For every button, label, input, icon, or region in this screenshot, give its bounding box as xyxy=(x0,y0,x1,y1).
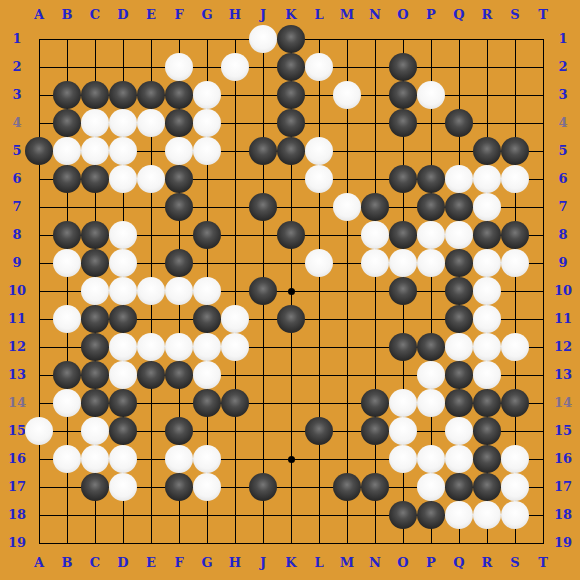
col-label-top-L: L xyxy=(305,8,333,22)
stone-black-Q13 xyxy=(445,361,473,389)
row-label-right-3: 3 xyxy=(550,88,576,102)
stone-white-H11 xyxy=(221,305,249,333)
row-label-left-7: 7 xyxy=(4,200,30,214)
stone-black-S14 xyxy=(501,389,529,417)
stone-white-P8 xyxy=(417,221,445,249)
stone-white-F12 xyxy=(165,333,193,361)
col-label-top-G: G xyxy=(193,8,221,22)
stone-black-R8 xyxy=(473,221,501,249)
stone-black-C6 xyxy=(81,165,109,193)
stone-white-B11 xyxy=(53,305,81,333)
row-label-right-12: 12 xyxy=(550,340,576,354)
stone-white-C15 xyxy=(81,417,109,445)
stone-black-E13 xyxy=(137,361,165,389)
row-label-right-13: 13 xyxy=(550,368,576,382)
stone-black-D15 xyxy=(109,417,137,445)
col-label-bottom-D: D xyxy=(109,556,137,570)
stone-black-C12 xyxy=(81,333,109,361)
stone-black-F9 xyxy=(165,249,193,277)
stone-black-F4 xyxy=(165,109,193,137)
stone-white-S6 xyxy=(501,165,529,193)
stone-black-O12 xyxy=(389,333,417,361)
stone-white-R18 xyxy=(473,501,501,529)
stone-black-B13 xyxy=(53,361,81,389)
stone-white-Q6 xyxy=(445,165,473,193)
col-label-bottom-L: L xyxy=(305,556,333,570)
star-point xyxy=(288,456,295,463)
col-label-bottom-N: N xyxy=(361,556,389,570)
stone-black-P18 xyxy=(417,501,445,529)
stone-white-Q16 xyxy=(445,445,473,473)
stone-white-S18 xyxy=(501,501,529,529)
stone-white-O14 xyxy=(389,389,417,417)
stone-white-E10 xyxy=(137,277,165,305)
stone-white-B16 xyxy=(53,445,81,473)
grid-line xyxy=(347,39,348,544)
stone-black-O6 xyxy=(389,165,417,193)
stone-black-F6 xyxy=(165,165,193,193)
stone-black-F15 xyxy=(165,417,193,445)
col-label-bottom-F: F xyxy=(165,556,193,570)
go-board[interactable]: AABBCCDDEEFFGGHHJJKKLLMMNNOOPPQQRRSSTT11… xyxy=(0,0,580,580)
stone-white-O9 xyxy=(389,249,417,277)
stone-white-O16 xyxy=(389,445,417,473)
stone-black-K11 xyxy=(277,305,305,333)
stone-black-D14 xyxy=(109,389,137,417)
stone-black-K1 xyxy=(277,25,305,53)
stone-white-G13 xyxy=(193,361,221,389)
stone-black-J17 xyxy=(249,473,277,501)
stone-black-Q11 xyxy=(445,305,473,333)
stone-black-N15 xyxy=(361,417,389,445)
stone-white-C16 xyxy=(81,445,109,473)
col-label-bottom-Q: Q xyxy=(445,556,473,570)
stone-white-D12 xyxy=(109,333,137,361)
stone-white-R11 xyxy=(473,305,501,333)
stone-black-Q7 xyxy=(445,193,473,221)
stone-white-Q12 xyxy=(445,333,473,361)
row-label-left-18: 18 xyxy=(4,508,30,522)
row-label-left-12: 12 xyxy=(4,340,30,354)
stone-white-P13 xyxy=(417,361,445,389)
stone-black-R17 xyxy=(473,473,501,501)
stone-black-K4 xyxy=(277,109,305,137)
col-label-bottom-A: A xyxy=(25,556,53,570)
stone-white-S17 xyxy=(501,473,529,501)
row-label-left-1: 1 xyxy=(4,32,30,46)
stone-black-H14 xyxy=(221,389,249,417)
stone-black-F17 xyxy=(165,473,193,501)
stone-white-B5 xyxy=(53,137,81,165)
stone-black-C8 xyxy=(81,221,109,249)
row-label-left-2: 2 xyxy=(4,60,30,74)
stone-black-S5 xyxy=(501,137,529,165)
stone-white-P9 xyxy=(417,249,445,277)
row-label-right-19: 19 xyxy=(550,536,576,550)
stone-white-M7 xyxy=(333,193,361,221)
col-label-bottom-S: S xyxy=(501,556,529,570)
stone-black-E3 xyxy=(137,81,165,109)
stone-black-C13 xyxy=(81,361,109,389)
stone-white-E12 xyxy=(137,333,165,361)
stone-black-R15 xyxy=(473,417,501,445)
stone-white-O15 xyxy=(389,417,417,445)
stone-black-A5 xyxy=(25,137,53,165)
stone-white-R6 xyxy=(473,165,501,193)
col-label-top-H: H xyxy=(221,8,249,22)
star-point xyxy=(288,288,295,295)
stone-white-D10 xyxy=(109,277,137,305)
stone-white-J1 xyxy=(249,25,277,53)
col-label-top-A: A xyxy=(25,8,53,22)
stone-black-D3 xyxy=(109,81,137,109)
stone-white-R7 xyxy=(473,193,501,221)
stone-white-R13 xyxy=(473,361,501,389)
stone-white-P17 xyxy=(417,473,445,501)
stone-black-K3 xyxy=(277,81,305,109)
stone-white-Q8 xyxy=(445,221,473,249)
col-label-top-O: O xyxy=(389,8,417,22)
col-label-top-J: J xyxy=(249,8,277,22)
col-label-top-S: S xyxy=(501,8,529,22)
col-label-bottom-M: M xyxy=(333,556,361,570)
stone-white-G5 xyxy=(193,137,221,165)
col-label-bottom-K: K xyxy=(277,556,305,570)
stone-black-N7 xyxy=(361,193,389,221)
stone-white-C10 xyxy=(81,277,109,305)
col-label-bottom-T: T xyxy=(529,556,557,570)
stone-white-L9 xyxy=(305,249,333,277)
stone-black-C14 xyxy=(81,389,109,417)
stone-white-R12 xyxy=(473,333,501,361)
row-label-right-4: 4 xyxy=(550,116,576,130)
stone-black-C3 xyxy=(81,81,109,109)
stone-black-F3 xyxy=(165,81,193,109)
stone-white-S16 xyxy=(501,445,529,473)
stone-black-J10 xyxy=(249,277,277,305)
stone-white-E6 xyxy=(137,165,165,193)
stone-black-O10 xyxy=(389,277,417,305)
stone-black-P6 xyxy=(417,165,445,193)
stone-white-N9 xyxy=(361,249,389,277)
row-label-left-6: 6 xyxy=(4,172,30,186)
stone-white-H2 xyxy=(221,53,249,81)
stone-black-J7 xyxy=(249,193,277,221)
stone-white-D6 xyxy=(109,165,137,193)
col-label-top-Q: Q xyxy=(445,8,473,22)
col-label-top-R: R xyxy=(473,8,501,22)
stone-white-L6 xyxy=(305,165,333,193)
stone-white-G16 xyxy=(193,445,221,473)
col-label-bottom-J: J xyxy=(249,556,277,570)
col-label-bottom-P: P xyxy=(417,556,445,570)
row-label-right-15: 15 xyxy=(550,424,576,438)
stone-white-E4 xyxy=(137,109,165,137)
stone-white-N8 xyxy=(361,221,389,249)
row-label-right-9: 9 xyxy=(550,256,576,270)
stone-black-O3 xyxy=(389,81,417,109)
grid-line xyxy=(375,39,376,544)
row-label-left-10: 10 xyxy=(4,284,30,298)
col-label-bottom-G: G xyxy=(193,556,221,570)
row-label-left-19: 19 xyxy=(4,536,30,550)
stone-black-F13 xyxy=(165,361,193,389)
stone-white-S9 xyxy=(501,249,529,277)
stone-black-C17 xyxy=(81,473,109,501)
stone-white-P3 xyxy=(417,81,445,109)
stone-white-R9 xyxy=(473,249,501,277)
col-label-bottom-E: E xyxy=(137,556,165,570)
stone-black-O8 xyxy=(389,221,417,249)
stone-black-R14 xyxy=(473,389,501,417)
stone-black-B4 xyxy=(53,109,81,137)
stone-black-B8 xyxy=(53,221,81,249)
stone-black-P7 xyxy=(417,193,445,221)
stone-black-K2 xyxy=(277,53,305,81)
stone-black-Q14 xyxy=(445,389,473,417)
stone-black-N17 xyxy=(361,473,389,501)
row-label-right-7: 7 xyxy=(550,200,576,214)
row-label-right-2: 2 xyxy=(550,60,576,74)
stone-black-M17 xyxy=(333,473,361,501)
row-label-right-17: 17 xyxy=(550,480,576,494)
col-label-top-C: C xyxy=(81,8,109,22)
stone-white-G17 xyxy=(193,473,221,501)
col-label-top-T: T xyxy=(529,8,557,22)
col-label-bottom-H: H xyxy=(221,556,249,570)
stone-white-G12 xyxy=(193,333,221,361)
col-label-top-E: E xyxy=(137,8,165,22)
stone-white-F16 xyxy=(165,445,193,473)
col-label-top-D: D xyxy=(109,8,137,22)
row-label-left-9: 9 xyxy=(4,256,30,270)
stone-black-G8 xyxy=(193,221,221,249)
stone-black-B6 xyxy=(53,165,81,193)
grid-line xyxy=(319,39,320,544)
col-label-bottom-B: B xyxy=(53,556,81,570)
row-label-left-8: 8 xyxy=(4,228,30,242)
stone-black-C11 xyxy=(81,305,109,333)
stone-white-R10 xyxy=(473,277,501,305)
stone-white-A15 xyxy=(25,417,53,445)
stone-black-R5 xyxy=(473,137,501,165)
stone-black-G14 xyxy=(193,389,221,417)
stone-black-S8 xyxy=(501,221,529,249)
stone-white-P16 xyxy=(417,445,445,473)
stone-black-R16 xyxy=(473,445,501,473)
stone-white-L5 xyxy=(305,137,333,165)
stone-black-C9 xyxy=(81,249,109,277)
row-label-left-17: 17 xyxy=(4,480,30,494)
stone-white-Q18 xyxy=(445,501,473,529)
stone-black-L15 xyxy=(305,417,333,445)
stone-black-P12 xyxy=(417,333,445,361)
col-label-top-B: B xyxy=(53,8,81,22)
stone-white-C5 xyxy=(81,137,109,165)
col-label-bottom-R: R xyxy=(473,556,501,570)
stone-white-D16 xyxy=(109,445,137,473)
row-label-right-1: 1 xyxy=(550,32,576,46)
stone-black-F7 xyxy=(165,193,193,221)
stone-white-F5 xyxy=(165,137,193,165)
stone-white-D13 xyxy=(109,361,137,389)
stone-black-O18 xyxy=(389,501,417,529)
col-label-top-K: K xyxy=(277,8,305,22)
row-label-right-18: 18 xyxy=(550,508,576,522)
stone-black-Q17 xyxy=(445,473,473,501)
stone-black-Q10 xyxy=(445,277,473,305)
stone-white-D9 xyxy=(109,249,137,277)
col-label-bottom-C: C xyxy=(81,556,109,570)
stone-white-P14 xyxy=(417,389,445,417)
stone-black-K5 xyxy=(277,137,305,165)
stone-white-D4 xyxy=(109,109,137,137)
row-label-right-16: 16 xyxy=(550,452,576,466)
stone-black-B3 xyxy=(53,81,81,109)
stone-black-J5 xyxy=(249,137,277,165)
row-label-left-3: 3 xyxy=(4,88,30,102)
col-label-top-M: M xyxy=(333,8,361,22)
col-label-top-P: P xyxy=(417,8,445,22)
row-label-right-11: 11 xyxy=(550,312,576,326)
stone-white-L2 xyxy=(305,53,333,81)
row-label-right-5: 5 xyxy=(550,144,576,158)
col-label-bottom-O: O xyxy=(389,556,417,570)
stone-white-F2 xyxy=(165,53,193,81)
stone-black-Q4 xyxy=(445,109,473,137)
stone-black-K8 xyxy=(277,221,305,249)
row-label-left-4: 4 xyxy=(4,116,30,130)
row-label-left-16: 16 xyxy=(4,452,30,466)
row-label-left-13: 13 xyxy=(4,368,30,382)
stone-white-S12 xyxy=(501,333,529,361)
grid-line xyxy=(543,39,544,544)
stone-white-M3 xyxy=(333,81,361,109)
stone-white-Q15 xyxy=(445,417,473,445)
stone-white-D5 xyxy=(109,137,137,165)
stone-white-G3 xyxy=(193,81,221,109)
row-label-right-8: 8 xyxy=(550,228,576,242)
row-label-left-11: 11 xyxy=(4,312,30,326)
stone-white-G10 xyxy=(193,277,221,305)
col-label-top-F: F xyxy=(165,8,193,22)
grid-line xyxy=(39,543,544,544)
stone-white-F10 xyxy=(165,277,193,305)
stone-black-Q9 xyxy=(445,249,473,277)
stone-black-D11 xyxy=(109,305,137,333)
stone-black-N14 xyxy=(361,389,389,417)
stone-white-C4 xyxy=(81,109,109,137)
stone-black-O2 xyxy=(389,53,417,81)
row-label-right-14: 14 xyxy=(550,396,576,410)
stone-white-B9 xyxy=(53,249,81,277)
stone-black-G11 xyxy=(193,305,221,333)
row-label-right-6: 6 xyxy=(550,172,576,186)
row-label-left-14: 14 xyxy=(4,396,30,410)
stone-black-O4 xyxy=(389,109,417,137)
stone-white-D8 xyxy=(109,221,137,249)
stone-white-G4 xyxy=(193,109,221,137)
stone-white-H12 xyxy=(221,333,249,361)
row-label-right-10: 10 xyxy=(550,284,576,298)
col-label-top-N: N xyxy=(361,8,389,22)
stone-white-D17 xyxy=(109,473,137,501)
stone-white-B14 xyxy=(53,389,81,417)
